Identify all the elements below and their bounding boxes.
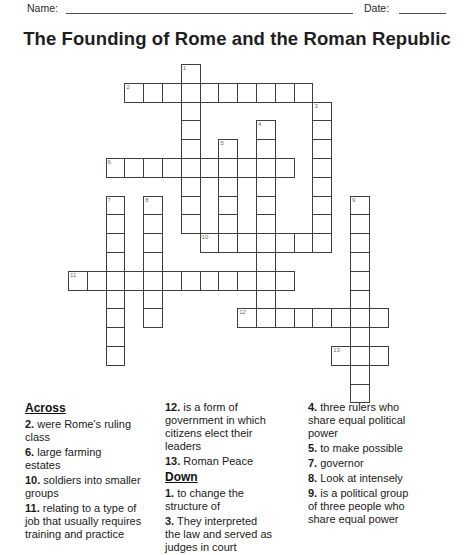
crossword-cell[interactable] — [124, 158, 144, 178]
crossword-cell[interactable] — [256, 271, 276, 291]
crossword-cell[interactable] — [218, 196, 238, 216]
crossword-cell[interactable] — [350, 365, 370, 385]
crossword-cell[interactable] — [237, 158, 257, 178]
clue-across-2: 2. were Rome's ruling class — [25, 418, 161, 444]
crossword-cell[interactable] — [181, 196, 201, 216]
crossword-cell[interactable] — [218, 158, 238, 178]
crossword-cell[interactable] — [143, 290, 163, 310]
crossword-cell[interactable] — [312, 177, 332, 197]
clue-number: 6. — [25, 446, 34, 458]
cell-number: 4 — [258, 121, 261, 128]
clue-across-12: 12. is a form of government in which cit… — [165, 401, 307, 453]
crossword-cell[interactable] — [181, 214, 201, 234]
crossword-cell[interactable] — [350, 290, 370, 310]
crossword-cell[interactable]: 8 — [143, 196, 163, 216]
clue-across-10: 10. soldiers into smaller groups — [25, 474, 161, 500]
clue-number: 10. — [25, 474, 40, 486]
name-label: Name: — [27, 2, 58, 14]
crossword-cell[interactable] — [106, 271, 126, 291]
clue-column-middle: 12. is a form of government in which cit… — [165, 401, 307, 555]
crossword-cell[interactable] — [181, 83, 201, 103]
clue-number: 11. — [25, 502, 40, 514]
cell-number: 13 — [333, 347, 340, 354]
crossword-cell[interactable] — [369, 308, 389, 328]
clue-number: 7. — [308, 457, 317, 469]
crossword-cell[interactable]: 12 — [237, 308, 257, 328]
crossword-cell[interactable] — [294, 83, 314, 103]
crossword-cell[interactable] — [106, 252, 126, 272]
clue-text: Look at intensely — [320, 472, 403, 484]
crossword-cell[interactable] — [256, 158, 276, 178]
crossword-cell[interactable] — [312, 158, 332, 178]
crossword-cell[interactable]: 7 — [106, 196, 126, 216]
crossword-cell[interactable] — [143, 271, 163, 291]
clue-text: large farming estates — [25, 446, 101, 471]
crossword-cell[interactable] — [350, 252, 370, 272]
worksheet-page: Name: Date: The Founding of Rome and the… — [0, 0, 474, 555]
clue-number: 8. — [308, 472, 317, 484]
clue-number: 4. — [308, 401, 317, 413]
clue-text: to make possible — [320, 442, 403, 454]
clue-across-13: 13. Roman Peace — [165, 455, 307, 468]
crossword-cell[interactable] — [181, 177, 201, 197]
cell-number: 10 — [202, 234, 209, 241]
crossword-cell[interactable]: 6 — [106, 158, 126, 178]
cell-number: 7 — [108, 197, 111, 204]
crossword-cell[interactable] — [143, 308, 163, 328]
crossword-cell[interactable] — [331, 308, 351, 328]
date-blank-line — [399, 0, 446, 14]
cell-number: 12 — [239, 309, 246, 316]
clue-down-1: 1. to change the structure of — [165, 487, 307, 513]
clue-down-7: 7. governor — [308, 457, 460, 470]
crossword-cell[interactable] — [256, 177, 276, 197]
clue-text: relating to a type of job that usually r… — [25, 502, 141, 540]
crossword-cell[interactable]: 5 — [218, 139, 238, 159]
clue-across-6: 6. large farming estates — [25, 446, 161, 472]
clue-down-9: 9. is a political group of three people … — [308, 487, 460, 526]
crossword-cell[interactable] — [312, 308, 332, 328]
crossword-cell[interactable] — [143, 214, 163, 234]
crossword-cell[interactable] — [106, 290, 126, 310]
crossword-cell[interactable] — [143, 83, 163, 103]
crossword-cell[interactable] — [275, 308, 295, 328]
crossword-cell[interactable] — [275, 271, 295, 291]
crossword-cell[interactable] — [256, 308, 276, 328]
crossword-cell[interactable]: 2 — [124, 83, 144, 103]
crossword-cell[interactable]: 11 — [68, 271, 88, 291]
cell-number: 9 — [352, 197, 355, 204]
crossword-cell[interactable] — [350, 233, 370, 253]
clues-header-down: Down — [165, 470, 307, 484]
clue-down-8: 8. Look at intensely — [308, 472, 460, 485]
clue-number: 9. — [308, 487, 317, 499]
crossword-cell[interactable] — [106, 308, 126, 328]
cell-number: 8 — [145, 197, 148, 204]
crossword-cell[interactable] — [106, 233, 126, 253]
crossword-cell[interactable]: 13 — [331, 346, 351, 366]
crossword-cell[interactable] — [181, 158, 201, 178]
crossword-cell[interactable] — [106, 346, 126, 366]
clue-text: Roman Peace — [183, 455, 253, 467]
crossword-cell[interactable] — [181, 102, 201, 122]
crossword-cell[interactable] — [237, 83, 257, 103]
cell-number: 2 — [126, 84, 129, 91]
crossword-cell[interactable] — [237, 233, 257, 253]
crossword-cell[interactable] — [181, 271, 201, 291]
crossword-cell[interactable] — [162, 271, 182, 291]
clue-number: 2. — [25, 418, 34, 430]
clue-column-right: 4. three rulers who share equal politica… — [308, 401, 460, 528]
crossword-cell[interactable] — [256, 233, 276, 253]
crossword-cell[interactable] — [124, 271, 144, 291]
cell-number: 11 — [70, 272, 76, 279]
crossword-cell[interactable] — [350, 271, 370, 291]
crossword-cell[interactable] — [312, 139, 332, 159]
name-blank-line — [66, 0, 353, 14]
clue-down-5: 5. to make possible — [308, 442, 460, 455]
cell-number: 6 — [108, 159, 111, 166]
crossword-cell[interactable] — [143, 252, 163, 272]
crossword-cell[interactable] — [237, 271, 257, 291]
crossword-cell[interactable] — [312, 120, 332, 140]
crossword-cell[interactable]: 4 — [256, 120, 276, 140]
clue-number: 5. — [308, 442, 317, 454]
page-title: The Founding of Rome and the Roman Repub… — [0, 28, 474, 50]
crossword-cell[interactable] — [350, 308, 370, 328]
crossword-cell[interactable] — [162, 83, 182, 103]
crossword-cell[interactable] — [143, 158, 163, 178]
clue-number: 13. — [165, 455, 180, 467]
crossword-cell[interactable] — [162, 158, 182, 178]
crossword-cell[interactable]: 10 — [200, 233, 220, 253]
crossword-cell[interactable] — [275, 233, 295, 253]
crossword-cell[interactable]: 9 — [350, 196, 370, 216]
cell-number: 1 — [183, 65, 186, 72]
crossword-cell[interactable] — [294, 308, 314, 328]
crossword-cell[interactable] — [312, 214, 332, 234]
clue-column-left: Across2. were Rome's ruling class6. larg… — [25, 401, 161, 543]
crossword-cell[interactable] — [218, 271, 238, 291]
crossword-cell[interactable] — [218, 214, 238, 234]
crossword-cell[interactable] — [294, 233, 314, 253]
crossword-cell[interactable] — [256, 290, 276, 310]
crossword-cell[interactable] — [256, 214, 276, 234]
crossword-cell[interactable] — [256, 252, 276, 272]
clue-text: soldiers into smaller groups — [25, 474, 141, 499]
crossword-cell[interactable] — [275, 158, 295, 178]
crossword-cell[interactable] — [256, 139, 276, 159]
clue-text: is a form of government in which citizen… — [165, 401, 266, 452]
crossword-cell[interactable] — [106, 214, 126, 234]
crossword-cell[interactable] — [181, 139, 201, 159]
crossword-cell[interactable] — [275, 83, 295, 103]
clue-number: 12. — [165, 401, 180, 413]
crossword-cell[interactable] — [350, 346, 370, 366]
date-label: Date: — [364, 2, 389, 14]
clue-down-3: 3. They interpreted the law and served a… — [165, 515, 307, 554]
crossword-cell[interactable] — [256, 83, 276, 103]
crossword-cell[interactable]: 1 — [181, 64, 201, 84]
cell-number: 5 — [220, 140, 223, 147]
clue-text: three rulers who share equal political p… — [308, 401, 405, 439]
crossword-cell[interactable] — [312, 196, 332, 216]
crossword-cell[interactable] — [87, 271, 107, 291]
crossword-cell[interactable] — [369, 346, 389, 366]
crossword-cell[interactable] — [200, 158, 220, 178]
crossword-cell[interactable] — [181, 120, 201, 140]
crossword-cell[interactable]: 3 — [312, 102, 332, 122]
crossword-cell[interactable] — [350, 327, 370, 347]
clue-text: They interpreted the law and served as j… — [165, 515, 272, 553]
crossword-cell[interactable] — [218, 177, 238, 197]
clue-text: is a political group of three people who… — [308, 487, 408, 525]
clue-text: governor — [320, 457, 363, 469]
clues-header-across: Across — [25, 401, 161, 415]
crossword-cell[interactable] — [143, 233, 163, 253]
clue-down-4: 4. three rulers who share equal politica… — [308, 401, 460, 440]
crossword-cell[interactable] — [200, 271, 220, 291]
cell-number: 3 — [314, 103, 317, 110]
clue-text: were Rome's ruling class — [25, 418, 131, 443]
clue-across-11: 11. relating to a type of job that usual… — [25, 502, 161, 541]
crossword-cell[interactable] — [200, 83, 220, 103]
crossword-cell[interactable] — [218, 233, 238, 253]
clue-number: 3. — [165, 515, 174, 527]
crossword-cell[interactable] — [218, 83, 238, 103]
clue-text: to change the structure of — [165, 487, 244, 512]
crossword-cell[interactable] — [350, 214, 370, 234]
crossword-cell[interactable] — [312, 233, 332, 253]
crossword-cell[interactable] — [256, 196, 276, 216]
crossword-cell[interactable] — [106, 327, 126, 347]
clue-number: 1. — [165, 487, 174, 499]
